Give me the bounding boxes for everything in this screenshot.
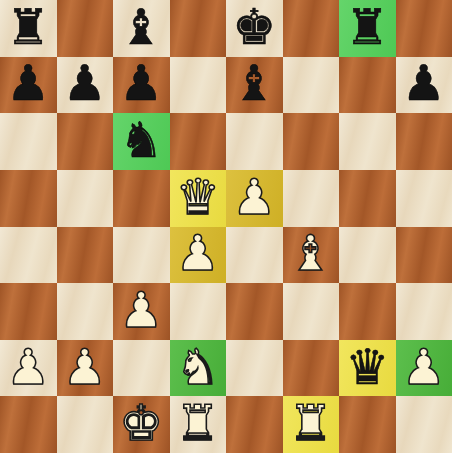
piece-white-pawn[interactable]: ♟ <box>232 173 276 222</box>
square-a6[interactable] <box>0 113 57 170</box>
square-h6[interactable] <box>396 113 452 170</box>
square-e1[interactable] <box>226 396 283 453</box>
square-g7[interactable] <box>339 57 396 114</box>
piece-white-pawn[interactable]: ♟ <box>63 343 107 392</box>
piece-black-pawn[interactable]: ♟ <box>63 59 107 108</box>
square-e6[interactable] <box>226 113 283 170</box>
square-g4[interactable] <box>339 227 396 284</box>
piece-black-rook[interactable]: ♜ <box>345 3 389 52</box>
square-f4[interactable]: ♝ <box>283 227 340 284</box>
square-g2[interactable]: ♛ <box>339 340 396 397</box>
square-b5[interactable] <box>57 170 114 227</box>
square-e5[interactable]: ♟ <box>226 170 283 227</box>
square-b4[interactable] <box>57 227 114 284</box>
square-g6[interactable] <box>339 113 396 170</box>
square-a2[interactable]: ♟ <box>0 340 57 397</box>
piece-black-knight[interactable]: ♞ <box>119 116 163 165</box>
square-a5[interactable] <box>0 170 57 227</box>
square-c8[interactable]: ♝ <box>113 0 170 57</box>
square-f6[interactable] <box>283 113 340 170</box>
piece-black-rook[interactable]: ♜ <box>6 3 50 52</box>
piece-white-queen[interactable]: ♛ <box>176 173 220 222</box>
square-c2[interactable] <box>113 340 170 397</box>
piece-black-pawn[interactable]: ♟ <box>402 59 446 108</box>
square-f2[interactable] <box>283 340 340 397</box>
piece-black-pawn[interactable]: ♟ <box>119 59 163 108</box>
piece-white-king[interactable]: ♚ <box>119 399 163 448</box>
square-g3[interactable] <box>339 283 396 340</box>
square-c4[interactable] <box>113 227 170 284</box>
square-c3[interactable]: ♟ <box>113 283 170 340</box>
square-a1[interactable] <box>0 396 57 453</box>
piece-white-pawn[interactable]: ♟ <box>6 343 50 392</box>
square-g5[interactable] <box>339 170 396 227</box>
square-d8[interactable] <box>170 0 227 57</box>
square-h3[interactable] <box>396 283 452 340</box>
square-a7[interactable]: ♟ <box>0 57 57 114</box>
piece-white-pawn[interactable]: ♟ <box>119 286 163 335</box>
square-b2[interactable]: ♟ <box>57 340 114 397</box>
square-d7[interactable] <box>170 57 227 114</box>
square-h2[interactable]: ♟ <box>396 340 452 397</box>
piece-white-pawn[interactable]: ♟ <box>176 229 220 278</box>
square-d6[interactable] <box>170 113 227 170</box>
square-f1[interactable]: ♜ <box>283 396 340 453</box>
square-e2[interactable] <box>226 340 283 397</box>
square-e8[interactable]: ♚ <box>226 0 283 57</box>
chess-board: ♜♝♚♜♟♟♟♝♟♞♛♟♟♝♟♟♟♞♛♟♚♜♜ <box>0 0 452 453</box>
square-a4[interactable] <box>0 227 57 284</box>
square-g8[interactable]: ♜ <box>339 0 396 57</box>
square-f3[interactable] <box>283 283 340 340</box>
piece-white-pawn[interactable]: ♟ <box>402 343 446 392</box>
piece-white-rook[interactable]: ♜ <box>289 399 333 448</box>
square-a8[interactable]: ♜ <box>0 0 57 57</box>
square-c6[interactable]: ♞ <box>113 113 170 170</box>
square-e7[interactable]: ♝ <box>226 57 283 114</box>
square-b3[interactable] <box>57 283 114 340</box>
square-f7[interactable] <box>283 57 340 114</box>
square-b1[interactable] <box>57 396 114 453</box>
square-c7[interactable]: ♟ <box>113 57 170 114</box>
square-a3[interactable] <box>0 283 57 340</box>
piece-black-pawn[interactable]: ♟ <box>6 59 50 108</box>
piece-black-king[interactable]: ♚ <box>232 3 276 52</box>
square-b6[interactable] <box>57 113 114 170</box>
square-e3[interactable] <box>226 283 283 340</box>
square-c1[interactable]: ♚ <box>113 396 170 453</box>
square-h7[interactable]: ♟ <box>396 57 452 114</box>
square-g1[interactable] <box>339 396 396 453</box>
square-d3[interactable] <box>170 283 227 340</box>
square-h4[interactable] <box>396 227 452 284</box>
piece-white-rook[interactable]: ♜ <box>176 399 220 448</box>
square-d4[interactable]: ♟ <box>170 227 227 284</box>
piece-white-bishop[interactable]: ♝ <box>289 229 333 278</box>
square-e4[interactable] <box>226 227 283 284</box>
square-f5[interactable] <box>283 170 340 227</box>
square-h8[interactable] <box>396 0 452 57</box>
square-c5[interactable] <box>113 170 170 227</box>
square-b8[interactable] <box>57 0 114 57</box>
square-d2[interactable]: ♞ <box>170 340 227 397</box>
piece-white-knight[interactable]: ♞ <box>176 343 220 392</box>
square-d5[interactable]: ♛ <box>170 170 227 227</box>
piece-black-queen[interactable]: ♛ <box>345 343 389 392</box>
square-h1[interactable] <box>396 396 452 453</box>
square-h5[interactable] <box>396 170 452 227</box>
piece-black-bishop[interactable]: ♝ <box>232 59 276 108</box>
square-b7[interactable]: ♟ <box>57 57 114 114</box>
square-d1[interactable]: ♜ <box>170 396 227 453</box>
square-f8[interactable] <box>283 0 340 57</box>
piece-black-bishop[interactable]: ♝ <box>119 3 163 52</box>
